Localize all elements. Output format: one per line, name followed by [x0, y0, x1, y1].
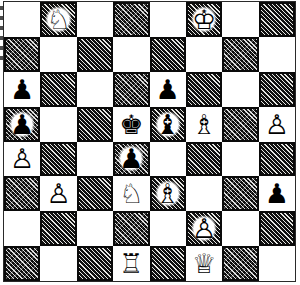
- square-e2[interactable]: [150, 211, 186, 246]
- square-f2[interactable]: ♙: [186, 211, 222, 246]
- piece-black-pawn: ♟: [9, 76, 35, 103]
- square-b7[interactable]: [40, 37, 76, 72]
- piece-black-pawn: ♟: [9, 111, 35, 138]
- square-d6[interactable]: [113, 72, 149, 107]
- square-g1[interactable]: [222, 246, 258, 281]
- square-f7[interactable]: [186, 37, 222, 72]
- print-artifact-marks: [0, 6, 3, 66]
- square-b6[interactable]: [40, 72, 76, 107]
- square-c3[interactable]: [77, 176, 113, 211]
- square-a3[interactable]: [4, 176, 40, 211]
- square-c6[interactable]: [77, 72, 113, 107]
- square-f4[interactable]: [186, 142, 222, 177]
- square-e1[interactable]: [150, 246, 186, 281]
- square-a1[interactable]: [4, 246, 40, 281]
- piece-white-pawn: ♙: [45, 180, 71, 207]
- square-g3[interactable]: [222, 176, 258, 211]
- square-b8[interactable]: ♘: [40, 2, 76, 37]
- square-h2[interactable]: [259, 211, 295, 246]
- piece-black-pawn: ♟: [155, 76, 181, 103]
- square-c4[interactable]: [77, 142, 113, 177]
- square-g6[interactable]: [222, 72, 258, 107]
- square-f5[interactable]: ♗: [186, 107, 222, 142]
- square-d5[interactable]: ♚: [113, 107, 149, 142]
- square-a6[interactable]: ♟: [4, 72, 40, 107]
- square-c8[interactable]: [77, 2, 113, 37]
- piece-white-king: ♔: [191, 6, 217, 33]
- piece-white-knight: ♘: [118, 180, 144, 207]
- square-f3[interactable]: [186, 176, 222, 211]
- square-h6[interactable]: [259, 72, 295, 107]
- piece-black-pawn: ♟: [264, 180, 290, 207]
- square-d7[interactable]: [113, 37, 149, 72]
- square-e7[interactable]: [150, 37, 186, 72]
- square-g2[interactable]: [222, 211, 258, 246]
- chess-board: ♘♔♟♟♟♚♝♗♙♙♟♙♘♗♟♙♖♕: [4, 2, 295, 281]
- square-h5[interactable]: ♙: [259, 107, 295, 142]
- square-f8[interactable]: ♔: [186, 2, 222, 37]
- square-e6[interactable]: ♟: [150, 72, 186, 107]
- square-c1[interactable]: [77, 246, 113, 281]
- square-f6[interactable]: [186, 72, 222, 107]
- piece-white-pawn: ♙: [9, 145, 35, 172]
- piece-black-pawn: ♟: [118, 145, 144, 172]
- chess-diagram-page: ♘♔♟♟♟♚♝♗♙♙♟♙♘♗♟♙♖♕: [0, 0, 300, 285]
- square-e4[interactable]: [150, 142, 186, 177]
- piece-white-bishop: ♗: [155, 180, 181, 207]
- square-b4[interactable]: [40, 142, 76, 177]
- square-c2[interactable]: [77, 211, 113, 246]
- piece-white-pawn: ♙: [191, 215, 217, 242]
- piece-white-knight: ♘: [45, 6, 71, 33]
- square-h1[interactable]: [259, 246, 295, 281]
- square-a4[interactable]: ♙: [4, 142, 40, 177]
- piece-white-bishop: ♗: [191, 111, 217, 138]
- piece-white-rook: ♖: [118, 250, 144, 277]
- square-a2[interactable]: [4, 211, 40, 246]
- square-h8[interactable]: [259, 2, 295, 37]
- piece-black-king: ♚: [118, 111, 144, 138]
- square-a8[interactable]: [4, 2, 40, 37]
- square-g5[interactable]: [222, 107, 258, 142]
- square-a7[interactable]: [4, 37, 40, 72]
- board-frame: ♘♔♟♟♟♚♝♗♙♙♟♙♘♗♟♙♖♕: [3, 1, 296, 282]
- square-d3[interactable]: ♘: [113, 176, 149, 211]
- piece-white-queen: ♕: [191, 250, 217, 277]
- square-h4[interactable]: [259, 142, 295, 177]
- square-b5[interactable]: [40, 107, 76, 142]
- square-d4[interactable]: ♟: [113, 142, 149, 177]
- square-h7[interactable]: [259, 37, 295, 72]
- square-c5[interactable]: [77, 107, 113, 142]
- square-f1[interactable]: ♕: [186, 246, 222, 281]
- square-d1[interactable]: ♖: [113, 246, 149, 281]
- square-b2[interactable]: [40, 211, 76, 246]
- square-d8[interactable]: [113, 2, 149, 37]
- square-b1[interactable]: [40, 246, 76, 281]
- square-e8[interactable]: [150, 2, 186, 37]
- piece-white-pawn: ♙: [264, 111, 290, 138]
- square-e5[interactable]: ♝: [150, 107, 186, 142]
- square-g8[interactable]: [222, 2, 258, 37]
- square-a5[interactable]: ♟: [4, 107, 40, 142]
- square-b3[interactable]: ♙: [40, 176, 76, 211]
- square-e3[interactable]: ♗: [150, 176, 186, 211]
- square-g4[interactable]: [222, 142, 258, 177]
- square-d2[interactable]: [113, 211, 149, 246]
- square-c7[interactable]: [77, 37, 113, 72]
- square-h3[interactable]: ♟: [259, 176, 295, 211]
- piece-black-bishop: ♝: [155, 111, 181, 138]
- square-g7[interactable]: [222, 37, 258, 72]
